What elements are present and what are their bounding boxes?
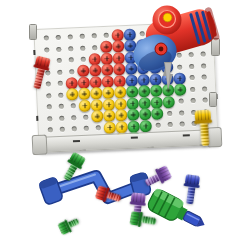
hole: [67, 35, 72, 40]
hole: [47, 116, 52, 121]
hole: [58, 104, 63, 109]
peg-yellow[interactable]: [90, 88, 102, 100]
cell-r5c2: [54, 78, 66, 90]
peg-red[interactable]: [102, 75, 114, 87]
hole: [79, 34, 84, 39]
cell-r2c4: [76, 42, 88, 54]
cell-r9c10: [151, 119, 163, 131]
cell-r7c4: [79, 100, 91, 112]
cell-r8c1: [43, 113, 55, 125]
cell-r8c6: [103, 110, 115, 122]
hole: [155, 123, 160, 128]
hole: [80, 57, 85, 62]
hole: [69, 69, 74, 74]
cell-r8c7: [115, 109, 127, 121]
cell-r4c2: [53, 66, 65, 78]
bar-tick: [131, 137, 138, 139]
bolt-shaft: [107, 192, 122, 202]
hole: [55, 35, 60, 40]
cell-r2c3: [64, 43, 76, 55]
hole: [46, 93, 51, 98]
cell-r1c5: [88, 30, 100, 42]
hole: [57, 81, 62, 86]
hole: [167, 111, 172, 116]
peg-green[interactable]: [139, 97, 151, 109]
hole: [91, 34, 96, 39]
bar-tick: [73, 140, 80, 142]
bolt-shaft: [33, 68, 45, 89]
cell-r3c6: [100, 53, 112, 65]
hole: [59, 127, 64, 132]
hole: [103, 33, 108, 38]
hole: [95, 125, 100, 130]
hole: [92, 45, 97, 50]
peg-red[interactable]: [101, 53, 113, 65]
cell-r2c5: [88, 42, 100, 54]
cell-r2c1: [40, 44, 52, 56]
cell-r5c3: [66, 77, 78, 89]
cell-r9c5: [92, 122, 104, 134]
peg-yellow[interactable]: [91, 110, 103, 122]
cell-r7c1: [43, 101, 55, 113]
bolt-green-bottom[interactable]: [129, 210, 157, 229]
cell-r8c2: [55, 112, 67, 124]
peg-green[interactable]: [163, 96, 175, 108]
hole: [43, 36, 48, 41]
cell-r9c2: [56, 124, 68, 136]
cell-r7c10: [150, 96, 162, 108]
bolt-yellow-board-edge[interactable]: [193, 109, 213, 146]
cell-r8c11: [163, 107, 175, 119]
peg-red[interactable]: [78, 77, 90, 89]
peg-red[interactable]: [101, 64, 113, 76]
edge-tick: [33, 50, 35, 55]
peg-yellow[interactable]: [78, 88, 90, 100]
peg-yellow[interactable]: [115, 98, 127, 110]
peg-red[interactable]: [90, 76, 102, 88]
peg-green[interactable]: [151, 96, 163, 108]
cell-r9c12: [175, 118, 187, 130]
cell-r7c7: [114, 98, 126, 110]
peg-red[interactable]: [100, 41, 112, 53]
cell-r9c7: [115, 121, 127, 133]
cell-r5c5: [90, 76, 102, 88]
cell-r6c4: [78, 88, 90, 100]
cell-r3c4: [77, 54, 89, 66]
hole: [46, 105, 51, 110]
hole: [56, 58, 61, 63]
bolt-head: [185, 174, 200, 185]
peg-yellow[interactable]: [66, 89, 78, 101]
cell-r3c5: [89, 53, 101, 65]
hole: [59, 115, 64, 120]
cell-r7c2: [55, 101, 67, 113]
cell-r8c8: [127, 109, 139, 121]
bolt-shaft: [199, 123, 208, 146]
bolt-shaft: [144, 174, 160, 186]
cell-r4c3: [65, 66, 77, 78]
toy-drill[interactable]: [120, 0, 222, 92]
board-clip-top-left[interactable]: [29, 24, 37, 40]
peg-green[interactable]: [140, 120, 152, 132]
stand-cap-left: [32, 134, 48, 155]
peg-yellow[interactable]: [79, 100, 91, 112]
cell-r7c6: [103, 99, 115, 111]
cell-r8c3: [67, 112, 79, 124]
bolt-shaft: [68, 219, 80, 229]
hole: [71, 126, 76, 131]
cell-r8c9: [139, 108, 151, 120]
cell-r4c4: [77, 65, 89, 77]
board-clip-right[interactable]: [209, 92, 217, 107]
cell-r8c12: [175, 107, 187, 119]
cell-r1c2: [52, 32, 64, 44]
cell-r1c4: [76, 31, 88, 43]
cell-r6c1: [42, 90, 54, 102]
hole: [83, 126, 88, 131]
peg-yellow[interactable]: [91, 99, 103, 111]
cell-r4c5: [89, 65, 101, 77]
hole: [68, 58, 73, 63]
hole: [190, 98, 195, 103]
cell-r9c3: [68, 123, 80, 135]
cell-r7c13: [186, 95, 198, 107]
cell-r5c4: [78, 77, 90, 89]
bolt-shaft: [186, 186, 195, 204]
cell-r9c8: [127, 120, 139, 132]
bolt-shaft: [141, 216, 156, 225]
cell-r8c4: [79, 111, 91, 123]
cell-r7c11: [162, 96, 174, 108]
cell-r1c1: [40, 32, 52, 44]
hole: [68, 46, 73, 51]
peg-green[interactable]: [128, 120, 140, 132]
bar-tick: [183, 134, 190, 136]
cell-r3c2: [53, 55, 65, 67]
hole: [56, 47, 61, 52]
hole: [57, 70, 62, 75]
bolt-head: [131, 192, 146, 202]
cell-r4c6: [101, 64, 113, 76]
cell-r9c4: [80, 123, 92, 135]
cell-r7c8: [126, 97, 138, 109]
hole: [70, 103, 75, 108]
peg-yellow[interactable]: [104, 121, 116, 133]
peg-red[interactable]: [89, 65, 101, 77]
peg-yellow[interactable]: [116, 121, 128, 133]
peg-red[interactable]: [89, 53, 101, 65]
cell-r6c5: [90, 88, 102, 100]
cell-r8c5: [91, 111, 103, 123]
peg-yellow[interactable]: [115, 109, 127, 121]
peg-green[interactable]: [139, 108, 151, 120]
hole: [178, 99, 183, 104]
hole: [58, 93, 63, 98]
cell-r7c12: [174, 95, 186, 107]
hole: [83, 114, 88, 119]
cell-r3c3: [65, 54, 77, 66]
cell-r5c6: [101, 76, 113, 88]
bolt-shaft: [63, 164, 77, 181]
hole: [71, 115, 76, 120]
crank-grip-left[interactable]: [38, 177, 63, 206]
cell-r9c9: [139, 120, 151, 132]
peg-red[interactable]: [77, 65, 89, 77]
bolt-head: [195, 110, 211, 121]
cell-r7c3: [67, 100, 79, 112]
hole: [179, 110, 184, 115]
drill-button[interactable]: [163, 13, 172, 22]
hole: [167, 122, 172, 127]
cell-r2c2: [52, 43, 64, 55]
hole: [47, 128, 52, 133]
peg-yellow[interactable]: [103, 110, 115, 122]
edge-tick: [36, 116, 38, 121]
cell-r6c6: [102, 87, 114, 99]
hole: [202, 98, 207, 103]
peg-red[interactable]: [66, 77, 78, 89]
cell-r9c6: [104, 121, 116, 133]
hole: [179, 122, 184, 127]
hole: [44, 47, 49, 52]
product-photo-stage: [0, 0, 240, 240]
cell-r7c5: [91, 99, 103, 111]
cell-r9c11: [163, 119, 175, 131]
peg-yellow[interactable]: [103, 98, 115, 110]
peg-yellow[interactable]: [102, 87, 114, 99]
cell-r1c3: [64, 31, 76, 43]
cell-r2c6: [100, 41, 112, 53]
cell-r6c2: [54, 89, 66, 101]
peg-green[interactable]: [127, 109, 139, 121]
peg-green[interactable]: [151, 108, 163, 120]
cell-r8c10: [151, 108, 163, 120]
cell-r7c9: [138, 97, 150, 109]
hole: [80, 46, 85, 51]
peg-green[interactable]: [127, 97, 139, 109]
cell-r1c6: [99, 30, 111, 42]
hole: [45, 82, 50, 87]
cell-r6c3: [66, 89, 78, 101]
